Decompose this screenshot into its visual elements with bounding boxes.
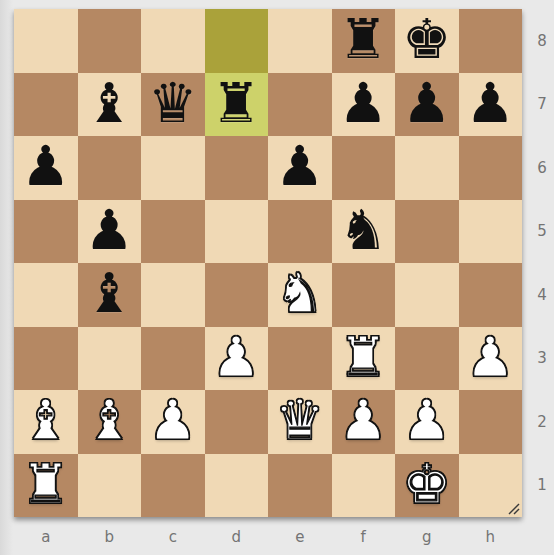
square-a7[interactable] — [14, 73, 78, 137]
square-f6[interactable] — [332, 136, 396, 200]
square-c4[interactable] — [141, 263, 205, 327]
square-d6[interactable] — [205, 136, 269, 200]
rank-label-2: 2 — [528, 390, 554, 454]
square-h8[interactable] — [459, 9, 523, 73]
square-a4[interactable] — [14, 263, 78, 327]
square-h5[interactable] — [459, 200, 523, 264]
square-a2[interactable]: ♝ — [14, 390, 78, 454]
board-resize-handle-icon[interactable] — [506, 501, 521, 516]
square-f8[interactable]: ♜ — [332, 9, 396, 73]
black-king-piece[interactable]: ♚ — [402, 12, 451, 67]
square-c1[interactable] — [141, 454, 205, 518]
square-f4[interactable] — [332, 263, 396, 327]
square-e2[interactable]: ♛ — [268, 390, 332, 454]
rank-label-5: 5 — [528, 200, 554, 264]
white-pawn-piece[interactable]: ♟ — [212, 330, 261, 385]
square-a6[interactable]: ♟ — [14, 136, 78, 200]
square-f2[interactable]: ♟ — [332, 390, 396, 454]
black-pawn-piece[interactable]: ♟ — [85, 203, 134, 258]
board-area: ♜♚♝♛♜♟♟♟♟♟♟♞♝♞♟♜♟♝♝♟♛♟♟♜♚ 87654321 abcde… — [14, 9, 522, 517]
white-rook-piece[interactable]: ♜ — [21, 457, 70, 512]
white-queen-piece[interactable]: ♛ — [275, 393, 324, 448]
file-coordinates: abcdefgh — [14, 524, 522, 550]
rank-label-3: 3 — [528, 327, 554, 391]
white-bishop-piece[interactable]: ♝ — [21, 393, 70, 448]
square-g6[interactable] — [395, 136, 459, 200]
square-b2[interactable]: ♝ — [78, 390, 142, 454]
square-d7[interactable]: ♜ — [205, 73, 269, 137]
square-d1[interactable] — [205, 454, 269, 518]
square-a8[interactable] — [14, 9, 78, 73]
square-d5[interactable] — [205, 200, 269, 264]
square-c3[interactable] — [141, 327, 205, 391]
square-f5[interactable]: ♞ — [332, 200, 396, 264]
square-f7[interactable]: ♟ — [332, 73, 396, 137]
square-e1[interactable] — [268, 454, 332, 518]
square-c5[interactable] — [141, 200, 205, 264]
square-h6[interactable] — [459, 136, 523, 200]
square-g8[interactable]: ♚ — [395, 9, 459, 73]
chess-board[interactable]: ♜♚♝♛♜♟♟♟♟♟♟♞♝♞♟♜♟♝♝♟♛♟♟♜♚ — [14, 9, 522, 517]
file-label-b: b — [78, 524, 142, 550]
square-g2[interactable]: ♟ — [395, 390, 459, 454]
square-e7[interactable] — [268, 73, 332, 137]
square-d3[interactable]: ♟ — [205, 327, 269, 391]
square-b7[interactable]: ♝ — [78, 73, 142, 137]
square-b6[interactable] — [78, 136, 142, 200]
black-pawn-piece[interactable]: ♟ — [402, 76, 451, 131]
black-bishop-piece[interactable]: ♝ — [85, 76, 134, 131]
rank-coordinates: 87654321 — [528, 9, 554, 517]
white-pawn-piece[interactable]: ♟ — [339, 393, 388, 448]
square-h2[interactable] — [459, 390, 523, 454]
file-label-a: a — [14, 524, 78, 550]
square-a1[interactable]: ♜ — [14, 454, 78, 518]
square-d2[interactable] — [205, 390, 269, 454]
black-rook-piece[interactable]: ♜ — [339, 12, 388, 67]
white-pawn-piece[interactable]: ♟ — [148, 393, 197, 448]
white-king-piece[interactable]: ♚ — [402, 457, 451, 512]
square-d8[interactable] — [205, 9, 269, 73]
square-e4[interactable]: ♞ — [268, 263, 332, 327]
black-knight-piece[interactable]: ♞ — [339, 203, 388, 258]
black-queen-piece[interactable]: ♛ — [148, 76, 197, 131]
white-bishop-piece[interactable]: ♝ — [85, 393, 134, 448]
rank-label-7: 7 — [528, 73, 554, 137]
square-a3[interactable] — [14, 327, 78, 391]
file-label-e: e — [268, 524, 332, 550]
square-g4[interactable] — [395, 263, 459, 327]
file-label-h: h — [459, 524, 523, 550]
file-label-f: f — [332, 524, 396, 550]
file-label-c: c — [141, 524, 205, 550]
square-e8[interactable] — [268, 9, 332, 73]
square-e3[interactable] — [268, 327, 332, 391]
square-g3[interactable] — [395, 327, 459, 391]
square-g5[interactable] — [395, 200, 459, 264]
white-pawn-piece[interactable]: ♟ — [466, 330, 515, 385]
square-g7[interactable]: ♟ — [395, 73, 459, 137]
square-c7[interactable]: ♛ — [141, 73, 205, 137]
black-bishop-piece[interactable]: ♝ — [85, 266, 134, 321]
square-f1[interactable] — [332, 454, 396, 518]
square-c2[interactable]: ♟ — [141, 390, 205, 454]
square-d4[interactable] — [205, 263, 269, 327]
white-pawn-piece[interactable]: ♟ — [402, 393, 451, 448]
square-h3[interactable]: ♟ — [459, 327, 523, 391]
black-pawn-piece[interactable]: ♟ — [339, 76, 388, 131]
square-b8[interactable] — [78, 9, 142, 73]
rank-label-4: 4 — [528, 263, 554, 327]
rank-label-6: 6 — [528, 136, 554, 200]
square-h4[interactable] — [459, 263, 523, 327]
square-c6[interactable] — [141, 136, 205, 200]
rank-label-8: 8 — [528, 9, 554, 73]
square-e6[interactable]: ♟ — [268, 136, 332, 200]
black-pawn-piece[interactable]: ♟ — [21, 139, 70, 194]
square-b5[interactable]: ♟ — [78, 200, 142, 264]
square-c8[interactable] — [141, 9, 205, 73]
square-b3[interactable] — [78, 327, 142, 391]
rank-label-1: 1 — [528, 454, 554, 518]
square-b1[interactable] — [78, 454, 142, 518]
square-a5[interactable] — [14, 200, 78, 264]
square-e5[interactable] — [268, 200, 332, 264]
square-h7[interactable]: ♟ — [459, 73, 523, 137]
chess-app: ♜♚♝♛♜♟♟♟♟♟♟♞♝♞♟♜♟♝♝♟♛♟♟♜♚ 87654321 abcde… — [0, 0, 554, 555]
file-label-g: g — [395, 524, 459, 550]
black-pawn-piece[interactable]: ♟ — [466, 76, 515, 131]
file-label-d: d — [205, 524, 269, 550]
black-pawn-piece[interactable]: ♟ — [275, 139, 324, 194]
white-rook-piece[interactable]: ♜ — [339, 330, 388, 385]
square-f3[interactable]: ♜ — [332, 327, 396, 391]
square-g1[interactable]: ♚ — [395, 454, 459, 518]
white-knight-piece[interactable]: ♞ — [275, 266, 324, 321]
square-b4[interactable]: ♝ — [78, 263, 142, 327]
black-rook-piece[interactable]: ♜ — [212, 76, 261, 131]
